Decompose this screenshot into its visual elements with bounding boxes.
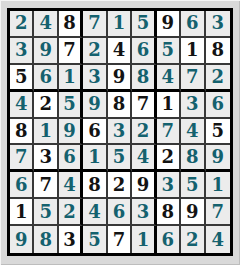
- cell-r4c3[interactable]: 5: [59, 92, 83, 119]
- cell-r2c6[interactable]: 6: [132, 38, 156, 65]
- cell-r1c2[interactable]: 4: [34, 11, 58, 38]
- sudoku-board: 2487159633972465185613984724259871368196…: [7, 8, 233, 256]
- cell-r6c3[interactable]: 6: [59, 145, 83, 172]
- cell-r9c6[interactable]: 1: [132, 226, 156, 253]
- cell-r7c1[interactable]: 6: [10, 172, 34, 199]
- cell-r1c6[interactable]: 5: [132, 11, 156, 38]
- cell-r7c3[interactable]: 4: [59, 172, 83, 199]
- window-frame: 2487159633972465185613984724259871368196…: [0, 0, 240, 265]
- cell-r9c9[interactable]: 4: [206, 226, 230, 253]
- cell-r9c3[interactable]: 3: [59, 226, 83, 253]
- cell-r8c6[interactable]: 3: [132, 199, 156, 226]
- cell-r2c4[interactable]: 2: [83, 38, 107, 65]
- cell-r4c6[interactable]: 7: [132, 92, 156, 119]
- cell-r6c6[interactable]: 4: [132, 145, 156, 172]
- cell-r5c6[interactable]: 2: [132, 119, 156, 146]
- cell-r5c8[interactable]: 4: [181, 119, 205, 146]
- cell-r2c9[interactable]: 8: [206, 38, 230, 65]
- cell-r4c2[interactable]: 2: [34, 92, 58, 119]
- cell-r2c7[interactable]: 5: [157, 38, 181, 65]
- cell-r8c4[interactable]: 4: [83, 199, 107, 226]
- cell-r9c5[interactable]: 7: [108, 226, 132, 253]
- cell-r6c5[interactable]: 5: [108, 145, 132, 172]
- cell-r8c3[interactable]: 2: [59, 199, 83, 226]
- cell-r3c8[interactable]: 7: [181, 65, 205, 92]
- cell-r3c4[interactable]: 3: [83, 65, 107, 92]
- cell-r4c8[interactable]: 3: [181, 92, 205, 119]
- cell-r2c2[interactable]: 9: [34, 38, 58, 65]
- cell-r8c5[interactable]: 6: [108, 199, 132, 226]
- cell-r8c7[interactable]: 8: [157, 199, 181, 226]
- cell-r7c4[interactable]: 8: [83, 172, 107, 199]
- cell-r8c8[interactable]: 9: [181, 199, 205, 226]
- cell-r3c9[interactable]: 2: [206, 65, 230, 92]
- cell-r6c8[interactable]: 8: [181, 145, 205, 172]
- cell-r7c6[interactable]: 9: [132, 172, 156, 199]
- cell-r9c2[interactable]: 8: [34, 226, 58, 253]
- cell-r1c1[interactable]: 2: [10, 11, 34, 38]
- cell-r6c9[interactable]: 9: [206, 145, 230, 172]
- cell-r2c5[interactable]: 4: [108, 38, 132, 65]
- cell-r4c7[interactable]: 1: [157, 92, 181, 119]
- cell-r3c1[interactable]: 5: [10, 65, 34, 92]
- cell-r9c1[interactable]: 9: [10, 226, 34, 253]
- cell-r9c8[interactable]: 2: [181, 226, 205, 253]
- cell-r7c2[interactable]: 7: [34, 172, 58, 199]
- cell-r3c7[interactable]: 4: [157, 65, 181, 92]
- cell-r5c9[interactable]: 5: [206, 119, 230, 146]
- cell-r5c7[interactable]: 7: [157, 119, 181, 146]
- cell-r1c4[interactable]: 7: [83, 11, 107, 38]
- cell-r2c1[interactable]: 3: [10, 38, 34, 65]
- cell-r6c4[interactable]: 1: [83, 145, 107, 172]
- cell-r4c4[interactable]: 9: [83, 92, 107, 119]
- cell-r9c4[interactable]: 5: [83, 226, 107, 253]
- cell-r6c1[interactable]: 7: [10, 145, 34, 172]
- cell-r4c5[interactable]: 8: [108, 92, 132, 119]
- cell-r5c2[interactable]: 1: [34, 119, 58, 146]
- cell-r8c1[interactable]: 1: [10, 199, 34, 226]
- cell-r1c9[interactable]: 3: [206, 11, 230, 38]
- cell-r3c5[interactable]: 9: [108, 65, 132, 92]
- cell-r5c1[interactable]: 8: [10, 119, 34, 146]
- cell-r1c3[interactable]: 8: [59, 11, 83, 38]
- cell-r3c2[interactable]: 6: [34, 65, 58, 92]
- cell-r7c8[interactable]: 5: [181, 172, 205, 199]
- cell-r8c9[interactable]: 7: [206, 199, 230, 226]
- cell-r1c7[interactable]: 9: [157, 11, 181, 38]
- cell-r2c3[interactable]: 7: [59, 38, 83, 65]
- cell-r9c7[interactable]: 6: [157, 226, 181, 253]
- cell-r4c1[interactable]: 4: [10, 92, 34, 119]
- cell-r7c9[interactable]: 1: [206, 172, 230, 199]
- cell-r8c2[interactable]: 5: [34, 199, 58, 226]
- cell-r4c9[interactable]: 6: [206, 92, 230, 119]
- cell-r6c7[interactable]: 2: [157, 145, 181, 172]
- cell-r7c7[interactable]: 3: [157, 172, 181, 199]
- cell-r5c4[interactable]: 6: [83, 119, 107, 146]
- cell-r3c6[interactable]: 8: [132, 65, 156, 92]
- cell-r5c5[interactable]: 3: [108, 119, 132, 146]
- cell-r1c8[interactable]: 6: [181, 11, 205, 38]
- cell-r7c5[interactable]: 2: [108, 172, 132, 199]
- cell-r2c8[interactable]: 1: [181, 38, 205, 65]
- cell-r1c5[interactable]: 1: [108, 11, 132, 38]
- cell-r6c2[interactable]: 3: [34, 145, 58, 172]
- cell-r5c3[interactable]: 9: [59, 119, 83, 146]
- cell-r3c3[interactable]: 1: [59, 65, 83, 92]
